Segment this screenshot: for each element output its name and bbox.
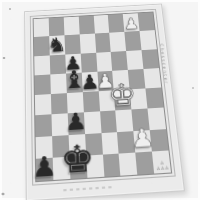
square-c2 bbox=[68, 134, 86, 157]
margin-smudge bbox=[63, 186, 112, 191]
square-b2 bbox=[52, 135, 69, 158]
square-f5 bbox=[112, 70, 129, 91]
square-f6 bbox=[111, 51, 128, 71]
square-b7: ♞ bbox=[49, 35, 65, 55]
logo-row: ♙♙♙ bbox=[156, 166, 169, 172]
square-e3 bbox=[100, 111, 118, 133]
square-c5: ♝ bbox=[66, 72, 83, 93]
square-d2 bbox=[85, 133, 103, 156]
square-e2 bbox=[101, 132, 119, 155]
square-b8 bbox=[49, 17, 65, 36]
square-e6 bbox=[96, 51, 113, 71]
square-d5: ♟ bbox=[81, 71, 98, 92]
square-d3 bbox=[84, 112, 101, 134]
square-f3 bbox=[116, 110, 134, 132]
square-a7 bbox=[34, 36, 50, 56]
square-d7 bbox=[79, 34, 95, 53]
square-c3: ♟ bbox=[67, 113, 84, 135]
square-f4: ♚ bbox=[114, 89, 132, 110]
square-a1: ♟ bbox=[36, 157, 53, 181]
square-a3 bbox=[35, 115, 52, 137]
square-e4 bbox=[98, 90, 115, 111]
square-a8 bbox=[34, 18, 49, 37]
piece-white-pawn: ♟ bbox=[123, 16, 140, 32]
square-b1 bbox=[53, 156, 71, 180]
chessboard-mat: ♟♞♟♝♟♟♚♟♟♟♚ Chesscenter ♙ ♙♙♙ bbox=[24, 4, 185, 200]
square-b3 bbox=[51, 114, 68, 136]
square-f7 bbox=[110, 32, 127, 51]
square-e7 bbox=[94, 33, 111, 52]
square-f2 bbox=[117, 131, 135, 154]
square-d8 bbox=[78, 16, 94, 35]
square-c4 bbox=[67, 92, 84, 113]
square-h8 bbox=[138, 12, 155, 31]
square-b6 bbox=[50, 54, 66, 74]
square-d1 bbox=[86, 154, 104, 178]
square-c1: ♚ bbox=[69, 155, 87, 179]
square-d6 bbox=[80, 52, 97, 72]
square-f1 bbox=[119, 152, 138, 175]
square-b5 bbox=[50, 73, 66, 94]
square-h7 bbox=[140, 30, 157, 49]
square-d4 bbox=[82, 91, 99, 112]
square-h4 bbox=[146, 87, 164, 108]
square-h5 bbox=[144, 68, 162, 89]
square-c7 bbox=[64, 35, 80, 54]
photo-frame: ♟♞♟♝♟♟♚♟♟♟♚ Chesscenter ♙ ♙♙♙ bbox=[0, 0, 200, 200]
square-a6 bbox=[34, 55, 50, 75]
square-e1 bbox=[102, 153, 120, 176]
square-b4 bbox=[51, 93, 68, 114]
board-logo-pawns-icon: ♙ ♙♙♙ bbox=[155, 161, 170, 171]
square-a2 bbox=[36, 136, 53, 159]
square-c8 bbox=[63, 17, 79, 36]
square-c6: ♟ bbox=[65, 53, 81, 73]
square-e8 bbox=[93, 15, 109, 34]
square-h6 bbox=[142, 49, 159, 69]
square-e5: ♟ bbox=[97, 71, 114, 92]
square-f8 bbox=[108, 14, 124, 33]
square-h3 bbox=[148, 108, 166, 130]
square-a5 bbox=[35, 74, 51, 95]
square-a4 bbox=[35, 94, 51, 115]
chessboard: ♟♞♟♝♟♟♚♟♟♟♚ bbox=[33, 12, 173, 183]
square-h2 bbox=[150, 129, 169, 152]
